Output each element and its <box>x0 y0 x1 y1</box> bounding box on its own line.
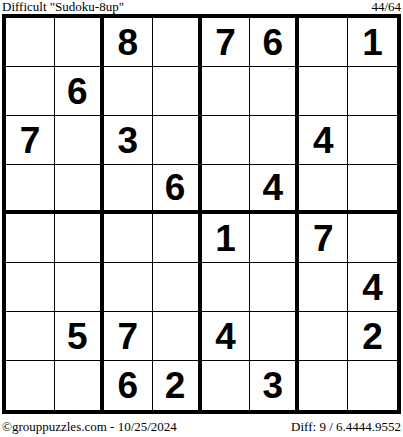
cell-r6c5-empty[interactable] <box>202 263 251 312</box>
cell-r3c5-empty[interactable] <box>202 116 251 165</box>
cell-r7c3-given: 7 <box>104 312 153 361</box>
cell-r4c6-given: 4 <box>250 165 299 214</box>
puzzle-title: Difficult "Sudoku-8up" <box>2 0 124 13</box>
cell-r2c6-empty[interactable] <box>250 67 299 116</box>
cell-r8c6-given: 3 <box>250 361 299 410</box>
cell-r5c8-empty[interactable] <box>348 214 397 263</box>
cell-r2c1-empty[interactable] <box>6 67 55 116</box>
cell-r7c2-given: 5 <box>55 312 104 361</box>
cell-r7c7-empty[interactable] <box>299 312 348 361</box>
cell-r2c8-empty[interactable] <box>348 67 397 116</box>
cell-r6c8-given: 4 <box>348 263 397 312</box>
cell-r1c8-given: 1 <box>348 18 397 67</box>
cell-r4c1-empty[interactable] <box>6 165 55 214</box>
cell-r7c1-empty[interactable] <box>6 312 55 361</box>
footer: ©grouppuzzles.com - 10/25/2024 Diff: 9 /… <box>0 420 403 434</box>
cell-r1c2-empty[interactable] <box>55 18 104 67</box>
cell-r8c2-empty[interactable] <box>55 361 104 410</box>
cell-r8c1-empty[interactable] <box>6 361 55 410</box>
cell-r4c2-empty[interactable] <box>55 165 104 214</box>
cell-r1c3-given: 8 <box>104 18 153 67</box>
cell-r5c2-empty[interactable] <box>55 214 104 263</box>
cell-r1c4-empty[interactable] <box>153 18 202 67</box>
cell-r6c4-empty[interactable] <box>153 263 202 312</box>
cell-r1c6-given: 6 <box>250 18 299 67</box>
cell-r3c2-empty[interactable] <box>55 116 104 165</box>
cell-r2c5-empty[interactable] <box>202 67 251 116</box>
cell-r8c4-given: 2 <box>153 361 202 410</box>
cell-r6c7-empty[interactable] <box>299 263 348 312</box>
cell-r4c3-empty[interactable] <box>104 165 153 214</box>
cell-r5c6-empty[interactable] <box>250 214 299 263</box>
sudoku-grid: 87616734641745742623 <box>2 14 401 414</box>
cell-r8c7-empty[interactable] <box>299 361 348 410</box>
cell-r5c3-empty[interactable] <box>104 214 153 263</box>
cell-r1c5-given: 7 <box>202 18 251 67</box>
cell-r3c6-empty[interactable] <box>250 116 299 165</box>
cell-r3c8-empty[interactable] <box>348 116 397 165</box>
cell-r1c1-empty[interactable] <box>6 18 55 67</box>
cell-r6c3-empty[interactable] <box>104 263 153 312</box>
cell-r4c8-empty[interactable] <box>348 165 397 214</box>
cell-r3c1-given: 7 <box>6 116 55 165</box>
cell-r8c3-given: 6 <box>104 361 153 410</box>
puzzle-page: Difficult "Sudoku-8up" 44/64 87616734641… <box>0 0 403 437</box>
cell-r3c4-empty[interactable] <box>153 116 202 165</box>
cell-r5c1-empty[interactable] <box>6 214 55 263</box>
copyright-text: ©grouppuzzles.com - 10/25/2024 <box>2 420 177 434</box>
cell-r7c5-given: 4 <box>202 312 251 361</box>
cell-r7c4-empty[interactable] <box>153 312 202 361</box>
cell-r4c4-given: 6 <box>153 165 202 214</box>
cell-r8c5-empty[interactable] <box>202 361 251 410</box>
cell-r3c3-given: 3 <box>104 116 153 165</box>
cell-r3c7-given: 4 <box>299 116 348 165</box>
cell-r7c6-empty[interactable] <box>250 312 299 361</box>
cell-r2c3-empty[interactable] <box>104 67 153 116</box>
cell-r5c5-given: 1 <box>202 214 251 263</box>
cell-r6c1-empty[interactable] <box>6 263 55 312</box>
cell-r1c7-empty[interactable] <box>299 18 348 67</box>
cell-r2c7-empty[interactable] <box>299 67 348 116</box>
cell-r7c8-given: 2 <box>348 312 397 361</box>
difficulty-text: Diff: 9 / 6.4444.9552 <box>291 420 401 434</box>
header: Difficult "Sudoku-8up" 44/64 <box>0 0 403 14</box>
cell-r8c8-empty[interactable] <box>348 361 397 410</box>
cell-r2c4-empty[interactable] <box>153 67 202 116</box>
cell-r6c6-empty[interactable] <box>250 263 299 312</box>
cell-r5c7-given: 7 <box>299 214 348 263</box>
cell-r6c2-empty[interactable] <box>55 263 104 312</box>
cell-r2c2-given: 6 <box>55 67 104 116</box>
cell-r4c7-empty[interactable] <box>299 165 348 214</box>
cell-r5c4-empty[interactable] <box>153 214 202 263</box>
puzzle-counter: 44/64 <box>371 0 401 13</box>
cell-r4c5-empty[interactable] <box>202 165 251 214</box>
